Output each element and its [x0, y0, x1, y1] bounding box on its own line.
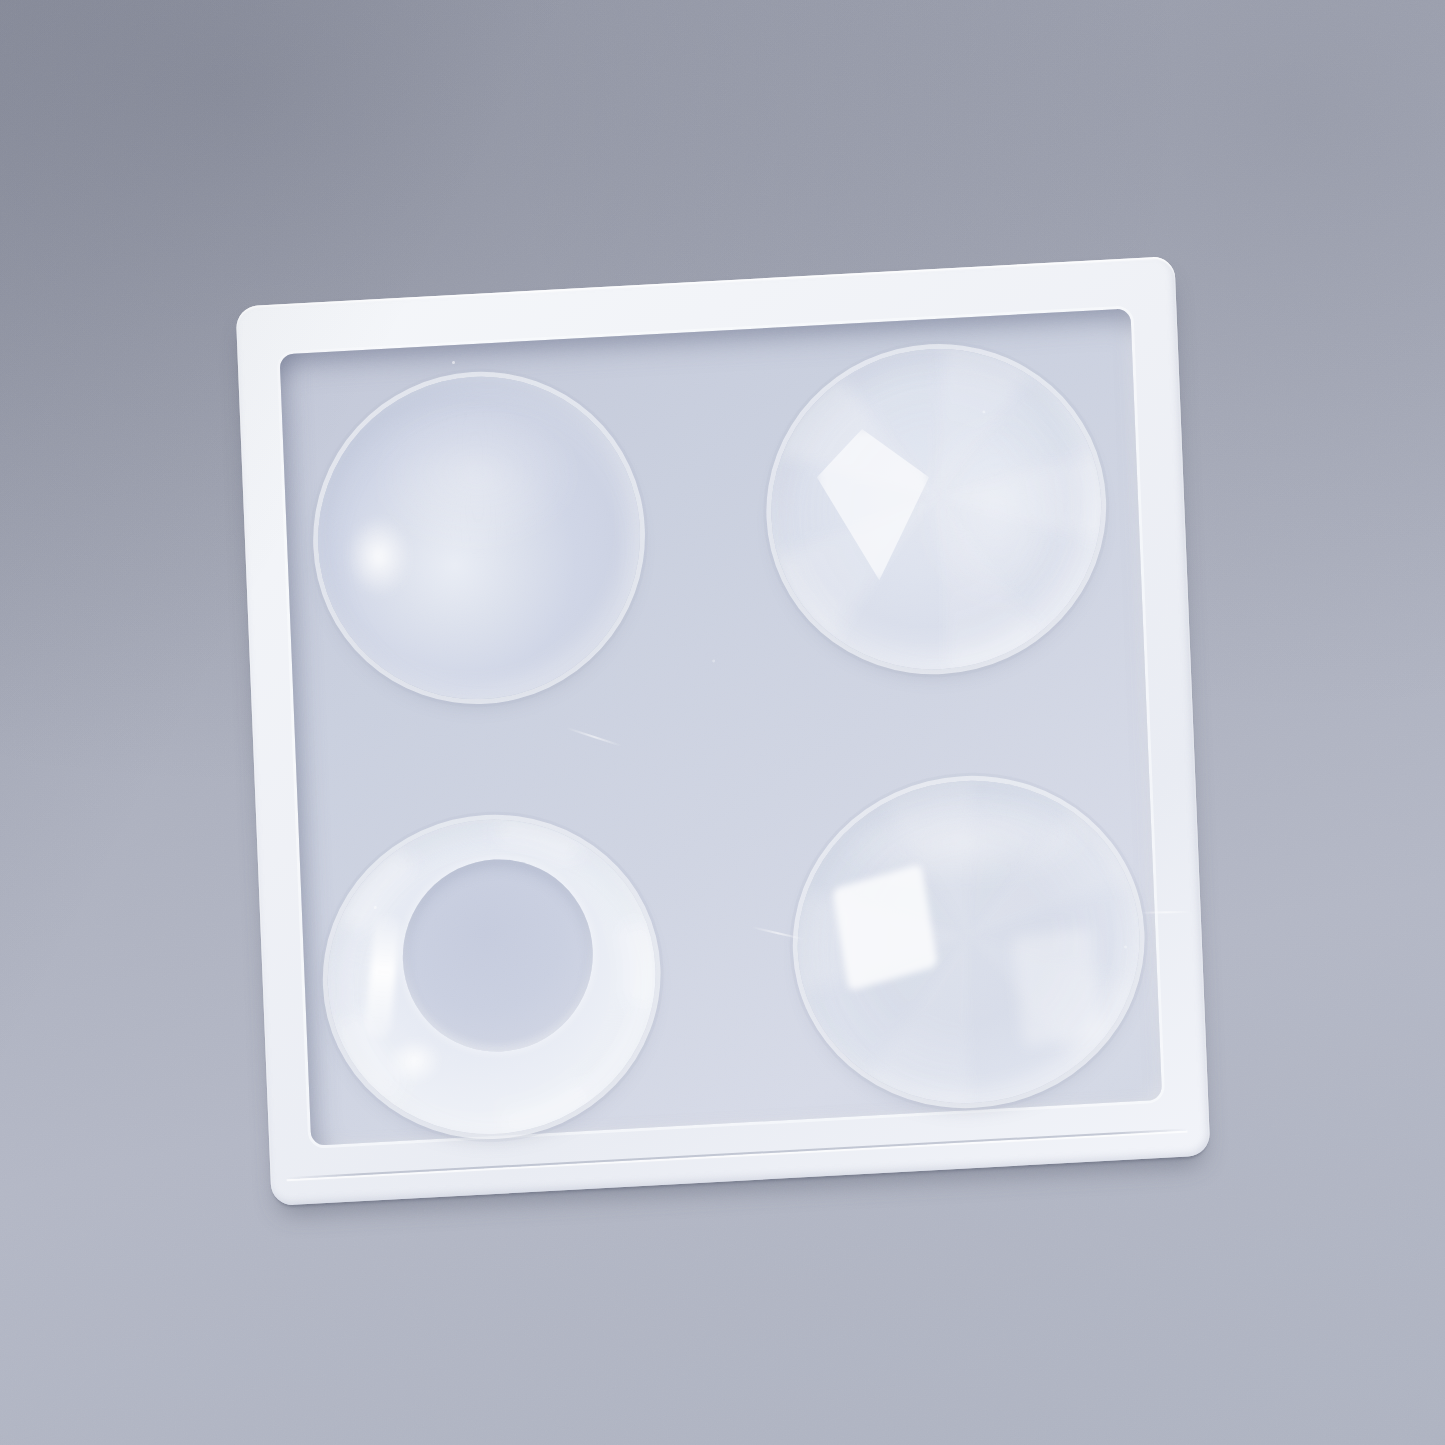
cavity-dome-bottom-left — [322, 811, 662, 1142]
dust-specks — [452, 361, 455, 364]
cavity-dome-top-right — [765, 340, 1107, 678]
floor-scratch — [1141, 911, 1191, 914]
silicone-mold — [236, 256, 1211, 1206]
window-reflection-secondary — [1012, 928, 1104, 1047]
cavity-dome-bottom-right — [791, 772, 1145, 1112]
cavity-dome-top-left — [312, 368, 646, 707]
floor-scratch — [566, 727, 622, 747]
product-photo — [0, 0, 1445, 1445]
mold-floor — [280, 308, 1163, 1145]
floor-scratch — [752, 926, 805, 940]
